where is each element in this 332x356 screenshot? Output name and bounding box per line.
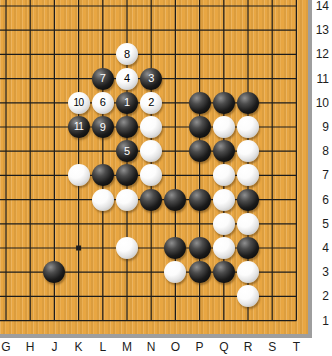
board-edge-shadow-bottom xyxy=(0,334,312,338)
go-stone-white-L6 xyxy=(92,189,114,211)
go-stone-white-R5 xyxy=(237,213,259,235)
coord-number-5: 5 xyxy=(310,217,329,231)
go-stone-black-R4 xyxy=(237,237,259,259)
go-stone-black-L11: 7 xyxy=(92,68,114,90)
go-stone-black-M10: 1 xyxy=(116,92,138,114)
coord-letter-J: J xyxy=(44,340,64,354)
coord-letter-H: H xyxy=(20,340,40,354)
coord-letter-G: G xyxy=(0,340,16,354)
go-stone-black-N11: 3 xyxy=(140,68,162,90)
go-stone-white-M11: 4 xyxy=(116,68,138,90)
coord-number-11: 11 xyxy=(310,72,329,86)
coord-number-10: 10 xyxy=(310,96,329,110)
go-stone-white-Q6 xyxy=(213,189,235,211)
coord-letter-T: T xyxy=(286,340,306,354)
go-stone-white-Q4 xyxy=(213,237,235,259)
coord-number-4: 4 xyxy=(310,241,329,255)
coord-letter-S: S xyxy=(262,340,282,354)
coord-number-8: 8 xyxy=(310,144,329,158)
go-stone-black-P3 xyxy=(189,261,211,283)
star-point-K4 xyxy=(76,246,81,251)
go-stone-black-P6 xyxy=(189,189,211,211)
go-stone-black-Q10 xyxy=(213,92,235,114)
go-stone-black-P8 xyxy=(189,140,211,162)
coord-number-3: 3 xyxy=(310,265,329,279)
go-stone-white-N10: 2 xyxy=(140,92,162,114)
coord-number-1: 1 xyxy=(310,314,329,328)
go-stone-white-Q5 xyxy=(213,213,235,235)
go-stone-black-P9 xyxy=(189,116,211,138)
coord-number-9: 9 xyxy=(310,120,329,134)
go-stone-white-K7 xyxy=(68,164,90,186)
coord-number-7: 7 xyxy=(310,168,329,182)
go-stone-black-P4 xyxy=(189,237,211,259)
coord-letter-Q: Q xyxy=(214,340,234,354)
go-stone-black-Q8 xyxy=(213,140,235,162)
go-stone-white-M6 xyxy=(116,189,138,211)
coord-number-13: 13 xyxy=(310,23,329,37)
coord-number-14: 14 xyxy=(310,0,329,13)
go-stone-black-O6 xyxy=(164,189,186,211)
coord-letter-K: K xyxy=(69,340,89,354)
go-stone-black-K9: 11 xyxy=(68,116,90,138)
coord-letter-M: M xyxy=(117,340,137,354)
go-diagram-page: 8743106121195 GHJKLMNOPQRST 141312111098… xyxy=(0,0,332,356)
go-stone-white-K10: 10 xyxy=(68,92,90,114)
go-stone-black-Q3 xyxy=(213,261,235,283)
coord-letter-R: R xyxy=(238,340,258,354)
go-stone-black-R6 xyxy=(237,189,259,211)
coord-number-12: 12 xyxy=(310,47,329,61)
go-stone-black-L9: 9 xyxy=(92,116,114,138)
coord-number-6: 6 xyxy=(310,193,329,207)
coord-letter-P: P xyxy=(190,340,210,354)
coord-letter-L: L xyxy=(93,340,113,354)
go-stone-white-L10: 6 xyxy=(92,92,114,114)
go-stone-black-N6 xyxy=(140,189,162,211)
go-stone-white-M4 xyxy=(116,237,138,259)
coord-letter-N: N xyxy=(141,340,161,354)
coord-number-2: 2 xyxy=(310,289,329,303)
go-stone-black-M9 xyxy=(116,116,138,138)
goban-board-surface[interactable]: 8743106121195 xyxy=(0,0,308,334)
coord-letter-O: O xyxy=(165,340,185,354)
go-stone-black-R10 xyxy=(237,92,259,114)
go-stone-black-P10 xyxy=(189,92,211,114)
go-stone-white-R9 xyxy=(237,116,259,138)
go-stone-white-Q9 xyxy=(213,116,235,138)
